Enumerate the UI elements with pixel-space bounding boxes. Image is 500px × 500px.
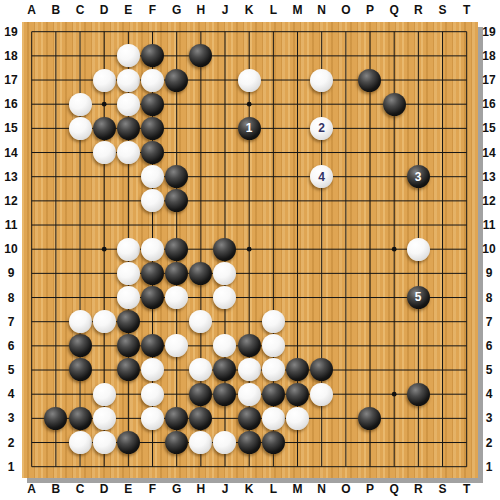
white-stone-J2[interactable]: [213, 431, 236, 454]
coord-letter-top-F: F: [141, 2, 165, 18]
black-stone-C3[interactable]: [69, 407, 92, 430]
coord-letter-bottom-D: D: [92, 481, 116, 497]
coord-number-left-17: 17: [1, 72, 21, 88]
coord-letter-bottom-H: H: [189, 481, 213, 497]
black-stone-E6[interactable]: [117, 334, 140, 357]
coord-number-right-5: 5: [479, 362, 499, 378]
coord-number-right-10: 10: [479, 241, 499, 257]
coord-number-right-16: 16: [479, 96, 499, 112]
coord-letter-top-B: B: [44, 2, 68, 18]
black-stone-L4[interactable]: [262, 383, 285, 406]
coord-number-left-11: 11: [1, 217, 21, 233]
white-stone-G8[interactable]: [165, 286, 188, 309]
white-stone-F10[interactable]: [141, 238, 164, 261]
white-stone-R10[interactable]: [407, 238, 430, 261]
white-stone-G6[interactable]: [165, 334, 188, 357]
black-stone-Q16[interactable]: [383, 93, 406, 116]
white-stone-M3[interactable]: [286, 407, 309, 430]
black-stone-R8[interactable]: 5: [407, 286, 430, 309]
black-stone-F16[interactable]: [141, 93, 164, 116]
coord-number-right-6: 6: [479, 338, 499, 354]
coord-number-right-4: 4: [479, 386, 499, 402]
black-stone-P17[interactable]: [358, 69, 381, 92]
coord-number-left-16: 16: [1, 96, 21, 112]
coord-letter-bottom-Q: Q: [382, 481, 406, 497]
move-number-label: 1: [246, 122, 253, 134]
black-stone-K15[interactable]: 1: [238, 117, 261, 140]
white-stone-D7[interactable]: [93, 310, 116, 333]
black-stone-F18[interactable]: [141, 44, 164, 67]
black-stone-F14[interactable]: [141, 141, 164, 164]
coord-number-left-3: 3: [1, 410, 21, 426]
coord-letter-top-N: N: [310, 2, 334, 18]
coord-number-left-2: 2: [1, 435, 21, 451]
coord-letter-bottom-E: E: [116, 481, 140, 497]
black-stone-F15[interactable]: [141, 117, 164, 140]
white-stone-F12[interactable]: [141, 189, 164, 212]
black-stone-G10[interactable]: [165, 238, 188, 261]
white-stone-D14[interactable]: [93, 141, 116, 164]
white-stone-N4[interactable]: [310, 383, 333, 406]
coord-number-left-1: 1: [1, 459, 21, 475]
white-stone-N15[interactable]: 2: [310, 117, 333, 140]
coord-number-left-4: 4: [1, 386, 21, 402]
coord-letter-bottom-S: S: [431, 481, 455, 497]
coord-number-left-12: 12: [1, 193, 21, 209]
black-stone-C5[interactable]: [69, 358, 92, 381]
black-stone-R13[interactable]: 3: [407, 165, 430, 188]
coord-number-right-12: 12: [479, 193, 499, 209]
coord-number-left-14: 14: [1, 145, 21, 161]
white-stone-H5[interactable]: [189, 358, 212, 381]
black-stone-G2[interactable]: [165, 431, 188, 454]
white-stone-J6[interactable]: [213, 334, 236, 357]
white-stone-E16[interactable]: [117, 93, 140, 116]
black-stone-P3[interactable]: [358, 407, 381, 430]
black-stone-L2[interactable]: [262, 431, 285, 454]
coord-letter-bottom-G: G: [165, 481, 189, 497]
white-stone-K4[interactable]: [238, 383, 261, 406]
coord-letter-top-P: P: [358, 2, 382, 18]
black-stone-C6[interactable]: [69, 334, 92, 357]
coord-letter-top-A: A: [20, 2, 44, 18]
white-stone-E17[interactable]: [117, 69, 140, 92]
coord-letter-top-L: L: [261, 2, 285, 18]
black-stone-J5[interactable]: [213, 358, 236, 381]
white-stone-D4[interactable]: [93, 383, 116, 406]
white-stone-C16[interactable]: [69, 93, 92, 116]
white-stone-D17[interactable]: [93, 69, 116, 92]
coord-number-right-7: 7: [479, 314, 499, 330]
white-stone-E8[interactable]: [117, 286, 140, 309]
goban[interactable]: 13524: [22, 22, 478, 478]
white-stone-K17[interactable]: [238, 69, 261, 92]
black-stone-H3[interactable]: [189, 407, 212, 430]
white-stone-J9[interactable]: [213, 262, 236, 285]
black-stone-E2[interactable]: [117, 431, 140, 454]
white-stone-E14[interactable]: [117, 141, 140, 164]
black-stone-F9[interactable]: [141, 262, 164, 285]
black-stone-J4[interactable]: [213, 383, 236, 406]
white-stone-K5[interactable]: [238, 358, 261, 381]
move-number-label: 4: [318, 171, 325, 183]
coord-number-right-13: 13: [479, 169, 499, 185]
black-stone-K2[interactable]: [238, 431, 261, 454]
white-stone-F3[interactable]: [141, 407, 164, 430]
white-stone-L3[interactable]: [262, 407, 285, 430]
coord-number-left-15: 15: [1, 120, 21, 136]
black-stone-E15[interactable]: [117, 117, 140, 140]
coord-number-right-17: 17: [479, 72, 499, 88]
coord-letter-bottom-L: L: [261, 481, 285, 497]
stones-layer[interactable]: 13524: [20, 20, 479, 479]
coord-number-left-8: 8: [1, 290, 21, 306]
coord-letter-bottom-M: M: [286, 481, 310, 497]
coord-letter-top-E: E: [116, 2, 140, 18]
black-stone-G17[interactable]: [165, 69, 188, 92]
black-stone-G9[interactable]: [165, 262, 188, 285]
coord-number-left-18: 18: [1, 48, 21, 64]
white-stone-J8[interactable]: [213, 286, 236, 309]
white-stone-F17[interactable]: [141, 69, 164, 92]
coord-number-right-11: 11: [479, 217, 499, 233]
coord-letter-top-H: H: [189, 2, 213, 18]
white-stone-L6[interactable]: [262, 334, 285, 357]
white-stone-D2[interactable]: [93, 431, 116, 454]
coord-letter-top-R: R: [406, 2, 430, 18]
black-stone-H18[interactable]: [189, 44, 212, 67]
coord-letter-top-Q: Q: [382, 2, 406, 18]
white-stone-F5[interactable]: [141, 358, 164, 381]
coord-number-left-10: 10: [1, 241, 21, 257]
coord-number-right-14: 14: [479, 145, 499, 161]
black-stone-H4[interactable]: [189, 383, 212, 406]
white-stone-C2[interactable]: [69, 431, 92, 454]
coord-number-right-9: 9: [479, 265, 499, 281]
coord-letter-bottom-F: F: [141, 481, 165, 497]
black-stone-E7[interactable]: [117, 310, 140, 333]
black-stone-G12[interactable]: [165, 189, 188, 212]
coord-letter-top-T: T: [455, 2, 479, 18]
black-stone-R4[interactable]: [407, 383, 430, 406]
black-stone-E5[interactable]: [117, 358, 140, 381]
white-stone-F13[interactable]: [141, 165, 164, 188]
black-stone-J10[interactable]: [213, 238, 236, 261]
coord-letter-top-M: M: [286, 2, 310, 18]
black-stone-D15[interactable]: [93, 117, 116, 140]
black-stone-F6[interactable]: [141, 334, 164, 357]
coord-number-left-7: 7: [1, 314, 21, 330]
white-stone-L5[interactable]: [262, 358, 285, 381]
coord-number-left-5: 5: [1, 362, 21, 378]
black-stone-H9[interactable]: [189, 262, 212, 285]
coord-letter-top-J: J: [213, 2, 237, 18]
coord-number-right-1: 1: [479, 459, 499, 475]
white-stone-N13[interactable]: 4: [310, 165, 333, 188]
coord-letter-bottom-O: O: [334, 481, 358, 497]
white-stone-C15[interactable]: [69, 117, 92, 140]
white-stone-E18[interactable]: [117, 44, 140, 67]
black-stone-F8[interactable]: [141, 286, 164, 309]
white-stone-C7[interactable]: [69, 310, 92, 333]
move-number-label: 5: [415, 291, 422, 303]
black-stone-N5[interactable]: [310, 358, 333, 381]
black-stone-B3[interactable]: [44, 407, 67, 430]
coord-letter-bottom-K: K: [237, 481, 261, 497]
black-stone-K3[interactable]: [238, 407, 261, 430]
move-number-label: 2: [318, 122, 325, 134]
coord-number-left-13: 13: [1, 169, 21, 185]
black-stone-M4[interactable]: [286, 383, 309, 406]
coord-number-right-3: 3: [479, 410, 499, 426]
move-number-label: 3: [415, 171, 422, 183]
coord-letter-top-O: O: [334, 2, 358, 18]
black-stone-M5[interactable]: [286, 358, 309, 381]
coord-number-right-8: 8: [479, 290, 499, 306]
white-stone-N17[interactable]: [310, 69, 333, 92]
coord-letter-top-C: C: [68, 2, 92, 18]
coord-letter-bottom-N: N: [310, 481, 334, 497]
white-stone-D3[interactable]: [93, 407, 116, 430]
coord-letter-bottom-P: P: [358, 481, 382, 497]
white-stone-H7[interactable]: [189, 310, 212, 333]
coord-letter-top-G: G: [165, 2, 189, 18]
coord-letter-bottom-B: B: [44, 481, 68, 497]
coord-number-right-2: 2: [479, 435, 499, 451]
coord-number-right-19: 19: [479, 24, 499, 40]
white-stone-F4[interactable]: [141, 383, 164, 406]
coord-letter-bottom-A: A: [20, 481, 44, 497]
coord-number-right-18: 18: [479, 48, 499, 64]
coord-number-left-19: 19: [1, 24, 21, 40]
coord-letter-bottom-C: C: [68, 481, 92, 497]
coord-letter-bottom-J: J: [213, 481, 237, 497]
white-stone-E10[interactable]: [117, 238, 140, 261]
coord-number-left-9: 9: [1, 265, 21, 281]
black-stone-G3[interactable]: [165, 407, 188, 430]
coord-letter-top-D: D: [92, 2, 116, 18]
coord-number-right-15: 15: [479, 120, 499, 136]
black-stone-G13[interactable]: [165, 165, 188, 188]
coord-letter-bottom-R: R: [406, 481, 430, 497]
white-stone-H2[interactable]: [189, 431, 212, 454]
coord-letter-top-S: S: [431, 2, 455, 18]
white-stone-L7[interactable]: [262, 310, 285, 333]
go-board-app: 13524 AABBCCDDEEFFGGHHJJKKLLMMNNOOPPQQRR…: [0, 0, 500, 500]
white-stone-E9[interactable]: [117, 262, 140, 285]
coord-number-left-6: 6: [1, 338, 21, 354]
coord-letter-top-K: K: [237, 2, 261, 18]
coord-letter-bottom-T: T: [455, 481, 479, 497]
black-stone-K6[interactable]: [238, 334, 261, 357]
